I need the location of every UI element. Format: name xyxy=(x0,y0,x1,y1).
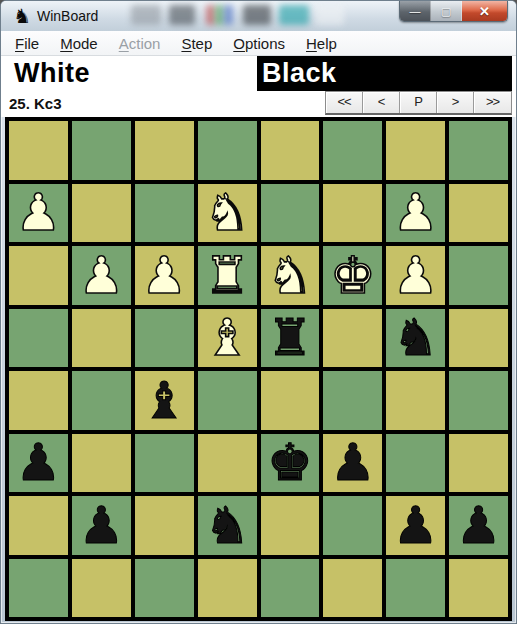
square-b5[interactable] xyxy=(386,371,445,430)
black-rook[interactable]: ♜ xyxy=(267,312,313,363)
square-f2[interactable] xyxy=(135,184,194,243)
pause-button[interactable]: P xyxy=(400,92,437,113)
square-b1[interactable] xyxy=(386,121,445,180)
square-e8[interactable] xyxy=(198,559,257,618)
white-player-label: White xyxy=(1,56,257,91)
maximize-button[interactable]: ▢ xyxy=(431,1,462,21)
square-h1[interactable] xyxy=(9,121,68,180)
black-pawn[interactable]: ♟ xyxy=(393,500,439,551)
white-bishop[interactable]: ♝ xyxy=(204,312,250,363)
black-player-label-active: Black xyxy=(257,56,512,91)
square-c3[interactable]: ♚ xyxy=(323,246,382,305)
white-king[interactable]: ♚ xyxy=(330,250,376,301)
black-pawn[interactable]: ♟ xyxy=(330,437,376,488)
white-pawn[interactable]: ♟ xyxy=(393,187,439,238)
square-b6[interactable] xyxy=(386,434,445,493)
square-h5[interactable] xyxy=(9,371,68,430)
white-rook[interactable]: ♜ xyxy=(204,250,250,301)
square-a1[interactable] xyxy=(449,121,508,180)
menu-action: Action xyxy=(119,35,161,52)
square-g3[interactable]: ♟ xyxy=(72,246,131,305)
square-a7[interactable]: ♟ xyxy=(449,496,508,555)
white-label-text: White xyxy=(14,58,90,89)
black-knight[interactable]: ♞ xyxy=(204,500,250,551)
square-d8[interactable] xyxy=(261,559,320,618)
white-pawn[interactable]: ♟ xyxy=(78,250,124,301)
decorative-glass-blur xyxy=(131,5,161,25)
square-g1[interactable] xyxy=(72,121,131,180)
decorative-glass-blur xyxy=(169,5,195,25)
square-c1[interactable] xyxy=(323,121,382,180)
square-b2[interactable]: ♟ xyxy=(386,184,445,243)
square-e4[interactable]: ♝ xyxy=(198,309,257,368)
decorative-glass-blur xyxy=(243,5,271,25)
square-e7[interactable]: ♞ xyxy=(198,496,257,555)
white-knight[interactable]: ♞ xyxy=(267,250,313,301)
square-g6[interactable] xyxy=(72,434,131,493)
square-b3[interactable]: ♟ xyxy=(386,246,445,305)
step-back-button[interactable]: < xyxy=(363,92,400,113)
black-pawn[interactable]: ♟ xyxy=(78,500,124,551)
rewind-to-start-button[interactable]: << xyxy=(326,92,363,113)
white-pawn[interactable]: ♟ xyxy=(16,187,62,238)
square-d5[interactable] xyxy=(261,371,320,430)
square-h6[interactable]: ♟ xyxy=(9,434,68,493)
square-c2[interactable] xyxy=(323,184,382,243)
black-label-text: Black xyxy=(262,58,337,89)
player-header: White Black xyxy=(1,56,516,91)
step-forward-button[interactable]: > xyxy=(437,92,474,113)
square-d2[interactable] xyxy=(261,184,320,243)
square-a4[interactable] xyxy=(449,309,508,368)
square-a2[interactable] xyxy=(449,184,508,243)
square-d1[interactable] xyxy=(261,121,320,180)
square-d4[interactable]: ♜ xyxy=(261,309,320,368)
window-controls: — ▢ ✕ xyxy=(399,1,508,22)
square-f6[interactable] xyxy=(135,434,194,493)
square-g4[interactable] xyxy=(72,309,131,368)
decorative-glass-blur xyxy=(215,5,224,25)
menu-file[interactable]: File xyxy=(15,35,39,52)
square-c5[interactable] xyxy=(323,371,382,430)
forward-to-end-button[interactable]: >> xyxy=(474,92,511,113)
square-c4[interactable] xyxy=(323,309,382,368)
square-e5[interactable] xyxy=(198,371,257,430)
decorative-glass-blur xyxy=(279,5,309,25)
black-knight[interactable]: ♞ xyxy=(393,312,439,363)
menu-step[interactable]: Step xyxy=(181,35,212,52)
winboard-window: ♞ WinBoard — ▢ ✕ FileModeActionStepOptio… xyxy=(0,0,517,624)
square-g7[interactable]: ♟ xyxy=(72,496,131,555)
menu-help[interactable]: Help xyxy=(306,35,337,52)
menu-mode[interactable]: Mode xyxy=(60,35,98,52)
square-f3[interactable]: ♟ xyxy=(135,246,194,305)
square-f1[interactable] xyxy=(135,121,194,180)
decorative-glass-blur xyxy=(353,5,375,25)
white-knight[interactable]: ♞ xyxy=(204,187,250,238)
square-h4[interactable] xyxy=(9,309,68,368)
white-pawn[interactable]: ♟ xyxy=(393,250,439,301)
square-a8[interactable] xyxy=(449,559,508,618)
menu-bar: FileModeActionStepOptionsHelp xyxy=(1,31,516,56)
square-f5[interactable]: ♝ xyxy=(135,371,194,430)
menu-options[interactable]: Options xyxy=(233,35,285,52)
black-king[interactable]: ♚ xyxy=(267,437,313,488)
black-pawn[interactable]: ♟ xyxy=(456,500,502,551)
square-d6[interactable]: ♚ xyxy=(261,434,320,493)
square-a3[interactable] xyxy=(449,246,508,305)
square-h3[interactable] xyxy=(9,246,68,305)
square-h2[interactable]: ♟ xyxy=(9,184,68,243)
chess-board: ♟♞♟♟♟♜♞♚♟♝♜♞♝♟♚♟♟♞♟♟ xyxy=(5,117,512,621)
white-pawn[interactable]: ♟ xyxy=(141,250,187,301)
square-c8[interactable] xyxy=(323,559,382,618)
move-nav-row: 25. Kc3 <<<P>>> xyxy=(1,91,516,117)
close-button[interactable]: ✕ xyxy=(462,1,507,21)
square-b8[interactable] xyxy=(386,559,445,618)
nav-button-group: <<<P>>> xyxy=(325,91,512,115)
winboard-knight-icon: ♞ xyxy=(13,6,31,26)
black-bishop[interactable]: ♝ xyxy=(141,375,187,426)
square-d3[interactable]: ♞ xyxy=(261,246,320,305)
move-indicator: 25. Kc3 xyxy=(9,95,62,112)
square-b4[interactable]: ♞ xyxy=(386,309,445,368)
black-pawn[interactable]: ♟ xyxy=(16,437,62,488)
square-g5[interactable] xyxy=(72,371,131,430)
decorative-glass-blur xyxy=(224,5,233,25)
decorative-glass-blur xyxy=(316,5,344,25)
square-g8[interactable] xyxy=(72,559,131,618)
square-c6[interactable]: ♟ xyxy=(323,434,382,493)
square-d7[interactable] xyxy=(261,496,320,555)
minimize-button[interactable]: — xyxy=(400,1,431,21)
square-g2[interactable] xyxy=(72,184,131,243)
square-e2[interactable]: ♞ xyxy=(198,184,257,243)
titlebar[interactable]: ♞ WinBoard — ▢ ✕ xyxy=(1,1,516,31)
square-h7[interactable] xyxy=(9,496,68,555)
square-f7[interactable] xyxy=(135,496,194,555)
square-f4[interactable] xyxy=(135,309,194,368)
square-e3[interactable]: ♜ xyxy=(198,246,257,305)
square-f8[interactable] xyxy=(135,559,194,618)
square-a5[interactable] xyxy=(449,371,508,430)
decorative-glass-blur xyxy=(206,5,215,25)
square-a6[interactable] xyxy=(449,434,508,493)
window-title: WinBoard xyxy=(37,8,98,24)
square-c7[interactable] xyxy=(323,496,382,555)
square-b7[interactable]: ♟ xyxy=(386,496,445,555)
square-e6[interactable] xyxy=(198,434,257,493)
square-e1[interactable] xyxy=(198,121,257,180)
square-h8[interactable] xyxy=(9,559,68,618)
